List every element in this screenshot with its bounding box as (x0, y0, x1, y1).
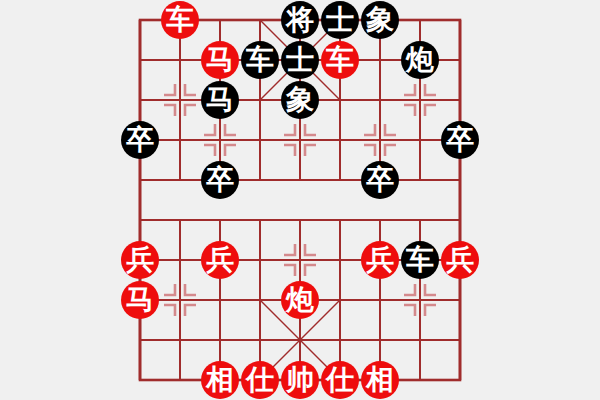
pieces-grid: 车将士象马车士车炮马象卒卒卒卒兵兵兵车兵马炮相仕帅仕相 (120, 0, 480, 400)
piece-black-chariot[interactable]: 车 (241, 41, 279, 79)
piece-black-soldier[interactable]: 卒 (201, 161, 239, 199)
piece-red-soldier[interactable]: 兵 (361, 241, 399, 279)
piece-black-soldier[interactable]: 卒 (441, 121, 479, 159)
piece-red-chariot[interactable]: 车 (321, 41, 359, 79)
piece-red-elephant[interactable]: 相 (201, 361, 239, 399)
piece-red-horse[interactable]: 马 (201, 41, 239, 79)
piece-black-cannon[interactable]: 炮 (401, 41, 439, 79)
piece-black-general[interactable]: 将 (281, 1, 319, 39)
piece-red-advisor[interactable]: 仕 (321, 361, 359, 399)
piece-red-chariot[interactable]: 车 (161, 1, 199, 39)
piece-black-advisor[interactable]: 士 (321, 1, 359, 39)
xiangqi-board-screen: 车将士象马车士车炮马象卒卒卒卒兵兵兵车兵马炮相仕帅仕相 (0, 0, 600, 400)
piece-black-soldier[interactable]: 卒 (361, 161, 399, 199)
piece-black-advisor[interactable]: 士 (281, 41, 319, 79)
piece-red-cannon[interactable]: 炮 (281, 281, 319, 319)
piece-black-horse[interactable]: 马 (201, 81, 239, 119)
piece-red-soldier[interactable]: 兵 (201, 241, 239, 279)
piece-black-soldier[interactable]: 卒 (121, 121, 159, 159)
piece-red-soldier[interactable]: 兵 (121, 241, 159, 279)
piece-black-chariot[interactable]: 车 (401, 241, 439, 279)
piece-red-general[interactable]: 帅 (281, 361, 319, 399)
piece-red-horse[interactable]: 马 (121, 281, 159, 319)
piece-black-elephant[interactable]: 象 (361, 1, 399, 39)
piece-red-soldier[interactable]: 兵 (441, 241, 479, 279)
piece-red-elephant[interactable]: 相 (361, 361, 399, 399)
piece-red-advisor[interactable]: 仕 (241, 361, 279, 399)
piece-black-elephant[interactable]: 象 (281, 81, 319, 119)
